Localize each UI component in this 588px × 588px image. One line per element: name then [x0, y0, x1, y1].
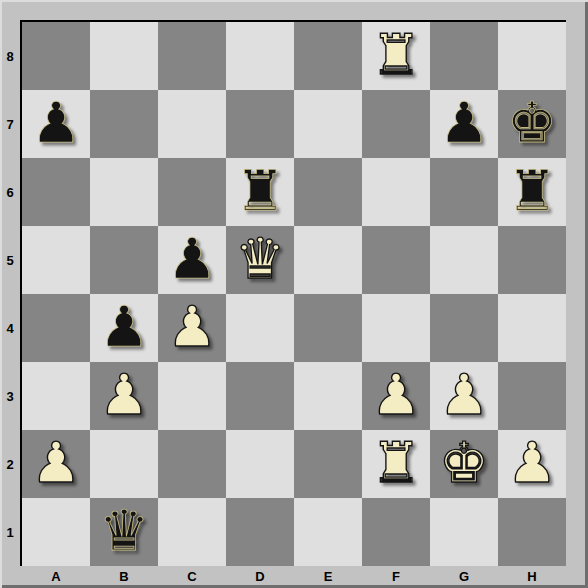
square-b4[interactable]: ♟: [90, 294, 158, 362]
square-a8[interactable]: [22, 22, 90, 90]
square-g8[interactable]: [430, 22, 498, 90]
square-g6[interactable]: [430, 158, 498, 226]
square-c6[interactable]: [158, 158, 226, 226]
square-f1[interactable]: [362, 498, 430, 566]
piece-black-rook[interactable]: ♜: [226, 158, 294, 226]
file-label-h: H: [498, 566, 566, 586]
piece-white-pawn[interactable]: ♟: [22, 430, 90, 498]
square-d8[interactable]: [226, 22, 294, 90]
square-h5[interactable]: [498, 226, 566, 294]
square-g2[interactable]: ♚: [430, 430, 498, 498]
square-a3[interactable]: [22, 362, 90, 430]
square-d3[interactable]: [226, 362, 294, 430]
square-d2[interactable]: [226, 430, 294, 498]
square-g4[interactable]: [430, 294, 498, 362]
square-b5[interactable]: [90, 226, 158, 294]
piece-white-pawn[interactable]: ♟: [158, 294, 226, 362]
rank-labels: 87654321: [0, 22, 20, 566]
square-a5[interactable]: [22, 226, 90, 294]
square-f2[interactable]: ♜: [362, 430, 430, 498]
square-e5[interactable]: [294, 226, 362, 294]
square-e1[interactable]: [294, 498, 362, 566]
rank-label-8: 8: [0, 22, 20, 90]
square-e8[interactable]: [294, 22, 362, 90]
square-e4[interactable]: [294, 294, 362, 362]
square-e7[interactable]: [294, 90, 362, 158]
square-f5[interactable]: [362, 226, 430, 294]
piece-black-queen[interactable]: ♛: [90, 498, 158, 566]
piece-black-pawn[interactable]: ♟: [22, 90, 90, 158]
square-e2[interactable]: [294, 430, 362, 498]
square-f8[interactable]: ♜: [362, 22, 430, 90]
square-h1[interactable]: [498, 498, 566, 566]
square-c2[interactable]: [158, 430, 226, 498]
square-b2[interactable]: [90, 430, 158, 498]
square-b8[interactable]: [90, 22, 158, 90]
square-a4[interactable]: [22, 294, 90, 362]
square-d5[interactable]: ♛: [226, 226, 294, 294]
piece-black-pawn[interactable]: ♟: [158, 226, 226, 294]
board-frame: 87654321 ABCDEFGH ♜♟♟♚♜♜♟♛♟♟♟♟♟♟♜♚♟♛: [0, 0, 588, 588]
square-b3[interactable]: ♟: [90, 362, 158, 430]
piece-white-rook[interactable]: ♜: [362, 22, 430, 90]
square-d4[interactable]: [226, 294, 294, 362]
square-b6[interactable]: [90, 158, 158, 226]
file-labels: ABCDEFGH: [22, 566, 566, 586]
piece-white-pawn[interactable]: ♟: [498, 430, 566, 498]
square-b1[interactable]: ♛: [90, 498, 158, 566]
piece-white-pawn[interactable]: ♟: [90, 362, 158, 430]
piece-black-king[interactable]: ♚: [498, 90, 566, 158]
square-d1[interactable]: [226, 498, 294, 566]
square-g3[interactable]: ♟: [430, 362, 498, 430]
piece-white-queen[interactable]: ♛: [226, 226, 294, 294]
square-g1[interactable]: [430, 498, 498, 566]
chess-board: ♜♟♟♚♜♜♟♛♟♟♟♟♟♟♜♚♟♛: [22, 22, 566, 566]
square-f6[interactable]: [362, 158, 430, 226]
rank-label-1: 1: [0, 498, 20, 566]
square-h6[interactable]: ♜: [498, 158, 566, 226]
square-d7[interactable]: [226, 90, 294, 158]
file-label-b: B: [90, 566, 158, 586]
square-a2[interactable]: ♟: [22, 430, 90, 498]
square-g7[interactable]: ♟: [430, 90, 498, 158]
file-label-f: F: [362, 566, 430, 586]
square-h7[interactable]: ♚: [498, 90, 566, 158]
square-h3[interactable]: [498, 362, 566, 430]
piece-black-pawn[interactable]: ♟: [430, 90, 498, 158]
board-border: ♜♟♟♚♜♜♟♛♟♟♟♟♟♟♜♚♟♛: [20, 20, 566, 566]
square-c7[interactable]: [158, 90, 226, 158]
rank-label-5: 5: [0, 226, 20, 294]
square-c5[interactable]: ♟: [158, 226, 226, 294]
square-b7[interactable]: [90, 90, 158, 158]
file-label-a: A: [22, 566, 90, 586]
rank-label-2: 2: [0, 430, 20, 498]
square-a6[interactable]: [22, 158, 90, 226]
square-a1[interactable]: [22, 498, 90, 566]
rank-label-6: 6: [0, 158, 20, 226]
piece-white-pawn[interactable]: ♟: [430, 362, 498, 430]
square-c3[interactable]: [158, 362, 226, 430]
rank-label-3: 3: [0, 362, 20, 430]
file-label-d: D: [226, 566, 294, 586]
square-f7[interactable]: [362, 90, 430, 158]
square-c1[interactable]: [158, 498, 226, 566]
file-label-e: E: [294, 566, 362, 586]
square-c8[interactable]: [158, 22, 226, 90]
square-c4[interactable]: ♟: [158, 294, 226, 362]
piece-white-king[interactable]: ♚: [430, 430, 498, 498]
rank-label-4: 4: [0, 294, 20, 362]
square-f3[interactable]: ♟: [362, 362, 430, 430]
square-a7[interactable]: ♟: [22, 90, 90, 158]
rank-label-7: 7: [0, 90, 20, 158]
piece-white-rook[interactable]: ♜: [362, 430, 430, 498]
square-f4[interactable]: [362, 294, 430, 362]
file-label-c: C: [158, 566, 226, 586]
square-e6[interactable]: [294, 158, 362, 226]
square-h4[interactable]: [498, 294, 566, 362]
square-e3[interactable]: [294, 362, 362, 430]
square-g5[interactable]: [430, 226, 498, 294]
square-h8[interactable]: [498, 22, 566, 90]
piece-black-pawn[interactable]: ♟: [90, 294, 158, 362]
piece-black-rook[interactable]: ♜: [498, 158, 566, 226]
square-h2[interactable]: ♟: [498, 430, 566, 498]
square-d6[interactable]: ♜: [226, 158, 294, 226]
file-label-g: G: [430, 566, 498, 586]
piece-white-pawn[interactable]: ♟: [362, 362, 430, 430]
